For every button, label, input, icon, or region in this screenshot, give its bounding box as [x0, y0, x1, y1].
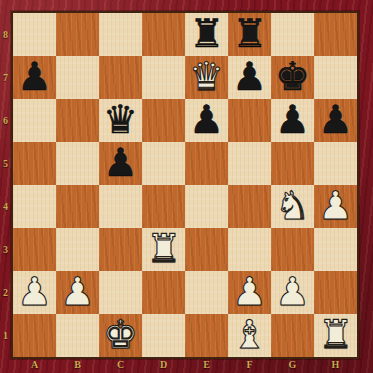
- piece-white-rook[interactable]: ♜: [318, 315, 353, 354]
- piece-black-pawn[interactable]: ♟: [318, 100, 353, 139]
- piece-white-pawn[interactable]: ♟: [275, 272, 310, 311]
- piece-white-queen[interactable]: ♛: [189, 57, 224, 96]
- square-b2[interactable]: ♟: [56, 271, 99, 314]
- square-b5[interactable]: [56, 142, 99, 185]
- file-label-g: G: [271, 357, 314, 373]
- chess-board: ♜♜♟♛♟♚♛♟♟♟♟♞♟♜♟♟♟♟♚♝♜: [11, 11, 359, 359]
- square-h8[interactable]: [314, 13, 357, 56]
- rank-labels: 87654321: [0, 13, 11, 357]
- square-b4[interactable]: [56, 185, 99, 228]
- file-label-e: E: [185, 357, 228, 373]
- square-g1[interactable]: [271, 314, 314, 357]
- file-label-h: H: [314, 357, 357, 373]
- square-b3[interactable]: [56, 228, 99, 271]
- piece-black-pawn[interactable]: ♟: [103, 143, 138, 182]
- piece-black-rook[interactable]: ♜: [189, 14, 224, 53]
- square-a5[interactable]: [13, 142, 56, 185]
- square-d8[interactable]: [142, 13, 185, 56]
- square-f6[interactable]: [228, 99, 271, 142]
- square-d3[interactable]: ♜: [142, 228, 185, 271]
- piece-black-rook[interactable]: ♜: [232, 14, 267, 53]
- square-b1[interactable]: [56, 314, 99, 357]
- square-c4[interactable]: [99, 185, 142, 228]
- square-a7[interactable]: ♟: [13, 56, 56, 99]
- square-e2[interactable]: [185, 271, 228, 314]
- square-c1[interactable]: ♚: [99, 314, 142, 357]
- rank-label-6: 6: [0, 99, 11, 142]
- piece-white-bishop[interactable]: ♝: [232, 315, 267, 354]
- square-d7[interactable]: [142, 56, 185, 99]
- file-label-b: B: [56, 357, 99, 373]
- piece-black-pawn[interactable]: ♟: [232, 57, 267, 96]
- square-e3[interactable]: [185, 228, 228, 271]
- square-h5[interactable]: [314, 142, 357, 185]
- piece-white-king[interactable]: ♚: [103, 315, 138, 354]
- square-a8[interactable]: [13, 13, 56, 56]
- square-d5[interactable]: [142, 142, 185, 185]
- square-g4[interactable]: ♞: [271, 185, 314, 228]
- square-g5[interactable]: [271, 142, 314, 185]
- square-e4[interactable]: [185, 185, 228, 228]
- square-g6[interactable]: ♟: [271, 99, 314, 142]
- square-d6[interactable]: [142, 99, 185, 142]
- square-b6[interactable]: [56, 99, 99, 142]
- square-f4[interactable]: [228, 185, 271, 228]
- piece-black-pawn[interactable]: ♟: [275, 100, 310, 139]
- square-d4[interactable]: [142, 185, 185, 228]
- square-g8[interactable]: [271, 13, 314, 56]
- square-a6[interactable]: [13, 99, 56, 142]
- rank-label-8: 8: [0, 13, 11, 56]
- rank-label-4: 4: [0, 185, 11, 228]
- file-label-d: D: [142, 357, 185, 373]
- piece-black-pawn[interactable]: ♟: [17, 57, 52, 96]
- square-c3[interactable]: [99, 228, 142, 271]
- piece-white-pawn[interactable]: ♟: [17, 272, 52, 311]
- square-d1[interactable]: [142, 314, 185, 357]
- piece-black-king[interactable]: ♚: [275, 57, 310, 96]
- file-label-a: A: [13, 357, 56, 373]
- file-labels: ABCDEFGH: [13, 357, 357, 373]
- square-c8[interactable]: [99, 13, 142, 56]
- square-f3[interactable]: [228, 228, 271, 271]
- square-c5[interactable]: ♟: [99, 142, 142, 185]
- square-a2[interactable]: ♟: [13, 271, 56, 314]
- square-b7[interactable]: [56, 56, 99, 99]
- square-f2[interactable]: ♟: [228, 271, 271, 314]
- square-e6[interactable]: ♟: [185, 99, 228, 142]
- square-e1[interactable]: [185, 314, 228, 357]
- piece-white-pawn[interactable]: ♟: [232, 272, 267, 311]
- chess-board-frame: ♜♜♟♛♟♚♛♟♟♟♟♞♟♜♟♟♟♟♚♝♜ 87654321 ABCDEFGH: [0, 0, 373, 373]
- square-h3[interactable]: [314, 228, 357, 271]
- square-c6[interactable]: ♛: [99, 99, 142, 142]
- square-h2[interactable]: [314, 271, 357, 314]
- piece-white-pawn[interactable]: ♟: [318, 186, 353, 225]
- square-c2[interactable]: [99, 271, 142, 314]
- square-f8[interactable]: ♜: [228, 13, 271, 56]
- square-d2[interactable]: [142, 271, 185, 314]
- square-h4[interactable]: ♟: [314, 185, 357, 228]
- square-g3[interactable]: [271, 228, 314, 271]
- rank-label-1: 1: [0, 314, 11, 357]
- rank-label-2: 2: [0, 271, 11, 314]
- piece-white-pawn[interactable]: ♟: [60, 272, 95, 311]
- square-a4[interactable]: [13, 185, 56, 228]
- square-f7[interactable]: ♟: [228, 56, 271, 99]
- square-h6[interactable]: ♟: [314, 99, 357, 142]
- square-b8[interactable]: [56, 13, 99, 56]
- square-h1[interactable]: ♜: [314, 314, 357, 357]
- square-f5[interactable]: [228, 142, 271, 185]
- piece-white-rook[interactable]: ♜: [146, 229, 181, 268]
- square-e7[interactable]: ♛: [185, 56, 228, 99]
- square-a1[interactable]: [13, 314, 56, 357]
- square-h7[interactable]: [314, 56, 357, 99]
- square-e5[interactable]: [185, 142, 228, 185]
- square-c7[interactable]: [99, 56, 142, 99]
- square-g7[interactable]: ♚: [271, 56, 314, 99]
- square-f1[interactable]: ♝: [228, 314, 271, 357]
- file-label-f: F: [228, 357, 271, 373]
- square-g2[interactable]: ♟: [271, 271, 314, 314]
- rank-label-7: 7: [0, 56, 11, 99]
- file-label-c: C: [99, 357, 142, 373]
- piece-black-pawn[interactable]: ♟: [189, 100, 224, 139]
- piece-white-knight[interactable]: ♞: [275, 186, 310, 225]
- rank-label-3: 3: [0, 228, 11, 271]
- rank-label-5: 5: [0, 142, 11, 185]
- square-e8[interactable]: ♜: [185, 13, 228, 56]
- piece-black-queen[interactable]: ♛: [103, 100, 138, 139]
- square-a3[interactable]: [13, 228, 56, 271]
